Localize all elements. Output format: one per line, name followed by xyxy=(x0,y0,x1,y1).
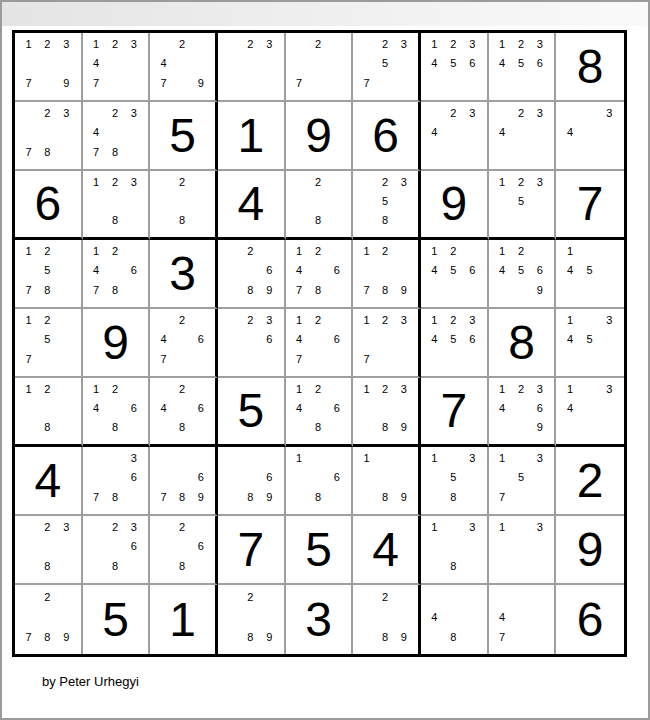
candidate-digit-3 xyxy=(394,587,413,607)
cell-r2c9[interactable]: 34 xyxy=(556,102,624,171)
cell-r1c5[interactable]: 27 xyxy=(286,33,354,102)
candidate-digit-8: 8 xyxy=(106,143,125,162)
candidate-digit-9 xyxy=(530,627,549,647)
candidate-digit-3: 3 xyxy=(463,311,482,330)
sudoku-board: 1237912347247923272357123456123456823782… xyxy=(12,30,627,657)
candidate-digit-1: 1 xyxy=(493,518,512,537)
cell-r6c2[interactable]: 12468 xyxy=(83,378,151,447)
candidate-digit-6 xyxy=(57,123,76,142)
candidate-digit-8: 8 xyxy=(241,281,260,300)
candidate-digit-3: 3 xyxy=(57,518,76,537)
cell-r7c4[interactable]: 689 xyxy=(218,447,286,516)
candidate-digit-5 xyxy=(580,123,600,142)
candidate-digit-2: 2 xyxy=(241,587,260,607)
cell-r8c5[interactable]: 5 xyxy=(286,516,354,585)
candidate-digit-6 xyxy=(57,330,76,349)
candidate-digit-8: 8 xyxy=(309,211,328,230)
candidate-digit-3: 3 xyxy=(530,518,549,537)
candidate-digit-7 xyxy=(425,350,444,369)
cell-r7c3[interactable]: 6789 xyxy=(150,447,218,516)
candidate-digit-4: 4 xyxy=(493,261,512,280)
candidate-digit-8: 8 xyxy=(444,488,463,507)
candidate-grid: 123456 xyxy=(493,35,550,93)
candidate-digit-2: 2 xyxy=(106,380,125,399)
solved-digit: 5 xyxy=(150,102,215,169)
candidate-digit-9: 9 xyxy=(394,281,413,300)
candidate-grid: 134 xyxy=(560,380,619,437)
candidate-digit-9: 9 xyxy=(394,418,413,437)
candidate-digit-3: 3 xyxy=(599,104,619,123)
cell-r4c3[interactable]: 3 xyxy=(150,240,218,309)
candidate-digit-9 xyxy=(57,350,76,369)
candidate-digit-1: 1 xyxy=(493,380,512,399)
cell-r2c5[interactable]: 9 xyxy=(286,102,354,171)
candidate-digit-9: 9 xyxy=(260,627,279,647)
solved-digit: 9 xyxy=(556,516,624,583)
candidate-digit-8 xyxy=(580,143,600,162)
candidate-digit-8: 8 xyxy=(38,418,57,437)
candidate-digit-2: 2 xyxy=(38,104,57,123)
candidate-digit-2: 2 xyxy=(376,173,395,192)
cell-r4c2[interactable]: 124678 xyxy=(83,240,151,309)
cell-r5c1[interactable]: 1257 xyxy=(15,309,83,378)
candidate-grid: 123456 xyxy=(425,311,482,369)
cell-r3c2[interactable]: 1238 xyxy=(83,171,151,240)
cell-r9c2[interactable]: 5 xyxy=(83,585,151,654)
candidate-grid: 23478 xyxy=(87,104,144,162)
candidate-digit-2: 2 xyxy=(444,35,463,54)
cell-r9c1[interactable]: 2789 xyxy=(15,585,83,654)
candidate-digit-4: 4 xyxy=(425,330,444,349)
candidate-digit-2: 2 xyxy=(376,35,395,54)
candidate-digit-9 xyxy=(394,211,413,230)
candidate-digit-5 xyxy=(38,399,57,418)
top-strip xyxy=(2,2,648,26)
candidate-digit-4: 4 xyxy=(87,54,106,73)
candidate-grid: 12578 xyxy=(19,242,76,300)
candidate-digit-5 xyxy=(444,537,463,556)
candidate-digit-2: 2 xyxy=(173,35,192,54)
cell-r4c8[interactable]: 124569 xyxy=(489,240,557,309)
cell-r3c8[interactable]: 1235 xyxy=(489,171,557,240)
cell-r8c7[interactable]: 138 xyxy=(421,516,489,585)
cell-r9c5[interactable]: 3 xyxy=(286,585,354,654)
candidate-digit-4 xyxy=(87,537,106,556)
candidate-digit-5 xyxy=(173,399,192,418)
candidate-digit-4 xyxy=(357,261,376,280)
cell-r1c6[interactable]: 2357 xyxy=(353,33,421,102)
candidate-digit-5: 5 xyxy=(444,54,463,73)
candidate-digit-2: 2 xyxy=(106,104,125,123)
candidate-digit-3: 3 xyxy=(530,173,549,192)
candidate-digit-8: 8 xyxy=(38,557,57,576)
solved-digit: 6 xyxy=(353,102,418,169)
cell-r7c7[interactable]: 1358 xyxy=(421,447,489,516)
candidate-digit-5: 5 xyxy=(512,468,531,487)
candidate-digit-4 xyxy=(357,607,376,627)
candidate-digit-7 xyxy=(357,211,376,230)
candidate-digit-2: 2 xyxy=(106,518,125,537)
cell-r7c9[interactable]: 2 xyxy=(556,447,624,516)
candidate-digit-3: 3 xyxy=(124,518,143,537)
candidate-digit-1 xyxy=(154,311,173,330)
solved-digit: 4 xyxy=(15,447,81,514)
candidate-digit-7 xyxy=(357,418,376,437)
candidate-digit-4: 4 xyxy=(87,261,106,280)
candidate-digit-6 xyxy=(394,330,413,349)
cell-r1c8[interactable]: 123456 xyxy=(489,33,557,102)
candidate-digit-2: 2 xyxy=(38,35,57,54)
candidate-digit-8: 8 xyxy=(241,488,260,507)
cell-r2c4[interactable]: 1 xyxy=(218,102,286,171)
candidate-grid: 236 xyxy=(222,311,279,369)
candidate-grid: 2479 xyxy=(154,35,210,93)
candidate-digit-6: 6 xyxy=(327,261,346,280)
candidate-digit-4: 4 xyxy=(154,330,173,349)
candidate-digit-7 xyxy=(493,211,512,230)
candidate-digit-3: 3 xyxy=(530,380,549,399)
candidate-digit-3: 3 xyxy=(394,311,413,330)
candidate-digit-6 xyxy=(394,54,413,73)
cell-r8c8[interactable]: 13 xyxy=(489,516,557,585)
candidate-digit-9 xyxy=(124,281,143,300)
candidate-digit-1 xyxy=(357,35,376,54)
candidate-digit-2: 2 xyxy=(512,35,531,54)
cell-r3c1[interactable]: 6 xyxy=(15,171,83,240)
cell-r6c3[interactable]: 2468 xyxy=(150,378,218,447)
candidate-digit-9 xyxy=(260,74,279,93)
solved-digit: 4 xyxy=(218,171,284,237)
candidate-digit-5 xyxy=(38,537,57,556)
candidate-digit-2: 2 xyxy=(173,380,192,399)
solved-digit: 5 xyxy=(286,516,352,583)
solved-digit: 6 xyxy=(15,171,81,237)
cell-r4c9[interactable]: 145 xyxy=(556,240,624,309)
candidate-grid: 6789 xyxy=(154,449,210,507)
candidate-digit-2 xyxy=(444,449,463,468)
candidate-digit-7 xyxy=(222,281,241,300)
solved-digit: 7 xyxy=(421,378,487,444)
candidate-grid: 123456 xyxy=(425,35,482,93)
candidate-digit-5 xyxy=(106,261,125,280)
candidate-digit-2: 2 xyxy=(241,311,260,330)
candidate-digit-1: 1 xyxy=(290,311,309,330)
candidate-digit-4 xyxy=(493,192,512,211)
candidate-digit-4 xyxy=(290,192,309,211)
candidate-digit-5 xyxy=(512,399,531,418)
candidate-digit-3 xyxy=(191,518,210,537)
cell-r1c4[interactable]: 23 xyxy=(218,33,286,102)
cell-r8c6[interactable]: 4 xyxy=(353,516,421,585)
candidate-grid: 2368 xyxy=(87,518,144,576)
candidate-digit-6: 6 xyxy=(327,330,346,349)
candidate-digit-7 xyxy=(493,143,512,162)
cell-r8c1[interactable]: 238 xyxy=(15,516,83,585)
candidate-digit-3: 3 xyxy=(530,104,549,123)
cell-r8c2[interactable]: 2368 xyxy=(83,516,151,585)
candidate-digit-2: 2 xyxy=(376,311,395,330)
cell-r9c8[interactable]: 47 xyxy=(489,585,557,654)
candidate-digit-7: 7 xyxy=(87,488,106,507)
candidate-digit-5: 5 xyxy=(38,261,57,280)
solved-digit: 8 xyxy=(489,309,555,376)
candidate-digit-1: 1 xyxy=(290,449,309,468)
candidate-grid: 12389 xyxy=(357,380,413,437)
cell-r2c6[interactable]: 6 xyxy=(353,102,421,171)
candidate-digit-1: 1 xyxy=(87,173,106,192)
candidate-digit-6: 6 xyxy=(124,468,143,487)
candidate-digit-7 xyxy=(560,281,580,300)
candidate-digit-6 xyxy=(530,607,549,627)
cell-r6c6[interactable]: 12389 xyxy=(353,378,421,447)
candidate-digit-4 xyxy=(19,607,38,627)
candidate-digit-9 xyxy=(599,350,619,369)
candidate-digit-1 xyxy=(222,449,241,468)
candidate-digit-3: 3 xyxy=(463,518,482,537)
candidate-digit-4: 4 xyxy=(493,54,512,73)
candidate-digit-3: 3 xyxy=(599,311,619,330)
candidate-digit-8: 8 xyxy=(38,281,57,300)
candidate-digit-1 xyxy=(19,104,38,123)
candidate-digit-9 xyxy=(463,488,482,507)
candidate-grid: 12789 xyxy=(357,242,413,300)
candidate-digit-1: 1 xyxy=(290,380,309,399)
candidate-digit-1 xyxy=(19,587,38,607)
candidate-digit-8: 8 xyxy=(309,488,328,507)
cell-r3c9[interactable]: 7 xyxy=(556,171,624,240)
candidate-digit-3 xyxy=(463,242,482,261)
candidate-digit-9 xyxy=(57,281,76,300)
cell-r5c2[interactable]: 9 xyxy=(83,309,151,378)
candidate-digit-8 xyxy=(512,488,531,507)
cell-r1c1[interactable]: 12379 xyxy=(15,33,83,102)
candidate-digit-9 xyxy=(530,211,549,230)
candidate-digit-9 xyxy=(327,350,346,369)
cell-r2c8[interactable]: 234 xyxy=(489,102,557,171)
candidate-digit-9 xyxy=(599,143,619,162)
candidate-digit-8: 8 xyxy=(173,557,192,576)
cell-r7c8[interactable]: 1357 xyxy=(489,447,557,516)
candidate-digit-8: 8 xyxy=(444,627,463,647)
candidate-digit-8: 8 xyxy=(173,211,192,230)
cell-r9c7[interactable]: 48 xyxy=(421,585,489,654)
candidate-digit-2 xyxy=(580,380,600,399)
candidate-digit-9 xyxy=(327,211,346,230)
solved-digit: 4 xyxy=(353,516,418,583)
candidate-digit-7 xyxy=(290,418,309,437)
cell-r4c1[interactable]: 12578 xyxy=(15,240,83,309)
candidate-digit-8 xyxy=(512,418,531,437)
candidate-digit-2 xyxy=(512,449,531,468)
cell-r7c5[interactable]: 168 xyxy=(286,447,354,516)
candidate-digit-4 xyxy=(222,54,241,73)
cell-r7c1[interactable]: 4 xyxy=(15,447,83,516)
candidate-digit-5 xyxy=(309,192,328,211)
cell-r8c9[interactable]: 9 xyxy=(556,516,624,585)
cell-r1c2[interactable]: 12347 xyxy=(83,33,151,102)
candidate-digit-2 xyxy=(309,449,328,468)
credit-text: by Peter Urhegyi xyxy=(42,674,139,689)
candidate-digit-4: 4 xyxy=(425,261,444,280)
candidate-digit-6 xyxy=(191,192,210,211)
cell-r5c8[interactable]: 8 xyxy=(489,309,557,378)
cell-r5c9[interactable]: 1345 xyxy=(556,309,624,378)
cell-r6c7[interactable]: 7 xyxy=(421,378,489,447)
candidate-digit-2: 2 xyxy=(38,311,57,330)
cell-r5c6[interactable]: 1237 xyxy=(353,309,421,378)
cell-r3c5[interactable]: 28 xyxy=(286,171,354,240)
candidate-digit-8: 8 xyxy=(38,627,57,647)
cell-r6c5[interactable]: 12468 xyxy=(286,378,354,447)
candidate-digit-9 xyxy=(599,418,619,437)
cell-r7c6[interactable]: 189 xyxy=(353,447,421,516)
cell-r1c7[interactable]: 123456 xyxy=(421,33,489,102)
candidate-digit-5 xyxy=(580,399,600,418)
candidate-digit-3: 3 xyxy=(530,35,549,54)
candidate-digit-8: 8 xyxy=(376,211,395,230)
candidate-digit-1: 1 xyxy=(290,242,309,261)
candidate-digit-6 xyxy=(463,607,482,627)
candidate-digit-5 xyxy=(241,330,260,349)
candidate-digit-2 xyxy=(241,449,260,468)
candidate-digit-7 xyxy=(19,557,38,576)
candidate-digit-8 xyxy=(309,74,328,93)
candidate-digit-9 xyxy=(327,418,346,437)
candidate-digit-5: 5 xyxy=(38,330,57,349)
candidate-digit-3: 3 xyxy=(599,380,619,399)
cell-r3c7[interactable]: 9 xyxy=(421,171,489,240)
cell-r2c3[interactable]: 5 xyxy=(150,102,218,171)
candidate-digit-2: 2 xyxy=(444,311,463,330)
candidate-digit-9 xyxy=(191,557,210,576)
candidate-digit-6 xyxy=(191,54,210,73)
candidate-digit-9 xyxy=(599,281,619,300)
candidate-digit-5: 5 xyxy=(580,330,600,349)
candidate-digit-5 xyxy=(173,54,192,73)
candidate-digit-5 xyxy=(106,537,125,556)
candidate-digit-4 xyxy=(493,468,512,487)
cell-r9c4[interactable]: 289 xyxy=(218,585,286,654)
candidate-digit-3: 3 xyxy=(260,35,279,54)
cell-r4c4[interactable]: 2689 xyxy=(218,240,286,309)
candidate-digit-7 xyxy=(290,211,309,230)
candidate-digit-9 xyxy=(394,350,413,369)
cell-r6c1[interactable]: 128 xyxy=(15,378,83,447)
candidate-digit-7 xyxy=(425,557,444,576)
candidate-digit-4 xyxy=(222,607,241,627)
cell-r2c7[interactable]: 234 xyxy=(421,102,489,171)
candidate-digit-3 xyxy=(599,242,619,261)
candidate-digit-2: 2 xyxy=(376,587,395,607)
candidate-digit-7 xyxy=(222,74,241,93)
cell-r3c3[interactable]: 28 xyxy=(150,171,218,240)
candidate-digit-7 xyxy=(493,74,512,93)
candidate-digit-3 xyxy=(191,311,210,330)
candidate-digit-9 xyxy=(463,627,482,647)
candidate-digit-8 xyxy=(580,281,600,300)
cell-r4c6[interactable]: 12789 xyxy=(353,240,421,309)
candidate-digit-3 xyxy=(57,311,76,330)
candidate-digit-6 xyxy=(530,123,549,142)
cell-r4c7[interactable]: 12456 xyxy=(421,240,489,309)
cell-r3c6[interactable]: 2358 xyxy=(353,171,421,240)
candidate-digit-5 xyxy=(309,54,328,73)
candidate-digit-5 xyxy=(106,192,125,211)
candidate-digit-2 xyxy=(580,242,600,261)
candidate-grid: 34 xyxy=(560,104,619,162)
cell-r5c5[interactable]: 12467 xyxy=(286,309,354,378)
candidate-digit-5 xyxy=(106,468,125,487)
candidate-grid: 2689 xyxy=(222,242,279,300)
cell-r2c1[interactable]: 2378 xyxy=(15,102,83,171)
candidate-grid: 289 xyxy=(357,587,413,647)
cell-r6c4[interactable]: 5 xyxy=(218,378,286,447)
candidate-digit-8 xyxy=(444,281,463,300)
candidate-digit-5 xyxy=(376,399,395,418)
candidate-digit-5: 5 xyxy=(512,54,531,73)
candidate-digit-3 xyxy=(191,380,210,399)
cell-r1c9[interactable]: 8 xyxy=(556,33,624,102)
candidate-digit-2: 2 xyxy=(512,242,531,261)
cell-r7c2[interactable]: 3678 xyxy=(83,447,151,516)
cell-r5c7[interactable]: 123456 xyxy=(421,309,489,378)
cell-r1c3[interactable]: 2479 xyxy=(150,33,218,102)
candidate-digit-4 xyxy=(493,537,512,556)
candidate-digit-5 xyxy=(309,261,328,280)
candidate-digit-9 xyxy=(191,211,210,230)
candidate-digit-7 xyxy=(425,627,444,647)
candidate-digit-8: 8 xyxy=(173,488,192,507)
cell-r3c4[interactable]: 4 xyxy=(218,171,286,240)
candidate-digit-8: 8 xyxy=(106,281,125,300)
candidate-digit-1: 1 xyxy=(19,35,38,54)
solved-digit: 7 xyxy=(218,516,284,583)
candidate-digit-9: 9 xyxy=(394,627,413,647)
candidate-digit-3 xyxy=(191,449,210,468)
cell-r8c3[interactable]: 268 xyxy=(150,516,218,585)
candidate-digit-1: 1 xyxy=(493,449,512,468)
candidate-digit-8 xyxy=(241,350,260,369)
candidate-digit-5 xyxy=(376,261,395,280)
cell-r9c3[interactable]: 1 xyxy=(150,585,218,654)
candidate-digit-9 xyxy=(463,281,482,300)
candidate-digit-1: 1 xyxy=(560,380,580,399)
candidate-digit-7: 7 xyxy=(290,74,309,93)
candidate-digit-9: 9 xyxy=(57,74,76,93)
candidate-digit-2: 2 xyxy=(444,242,463,261)
cell-r6c9[interactable]: 134 xyxy=(556,378,624,447)
cell-r4c5[interactable]: 124678 xyxy=(286,240,354,309)
cell-r8c4[interactable]: 7 xyxy=(218,516,286,585)
candidate-digit-6: 6 xyxy=(327,468,346,487)
candidate-digit-4: 4 xyxy=(493,123,512,142)
candidate-digit-5 xyxy=(173,192,192,211)
candidate-digit-6 xyxy=(327,54,346,73)
cell-r6c8[interactable]: 123469 xyxy=(489,378,557,447)
candidate-digit-4 xyxy=(357,399,376,418)
candidate-digit-3: 3 xyxy=(124,35,143,54)
candidate-digit-9 xyxy=(57,557,76,576)
cell-r5c4[interactable]: 236 xyxy=(218,309,286,378)
cell-r5c3[interactable]: 2467 xyxy=(150,309,218,378)
candidate-digit-7 xyxy=(425,281,444,300)
candidate-digit-1 xyxy=(154,449,173,468)
candidate-digit-5 xyxy=(106,399,125,418)
cell-r9c6[interactable]: 289 xyxy=(353,585,421,654)
cell-r9c9[interactable]: 6 xyxy=(556,585,624,654)
candidate-digit-2: 2 xyxy=(106,35,125,54)
cell-r2c2[interactable]: 23478 xyxy=(83,102,151,171)
